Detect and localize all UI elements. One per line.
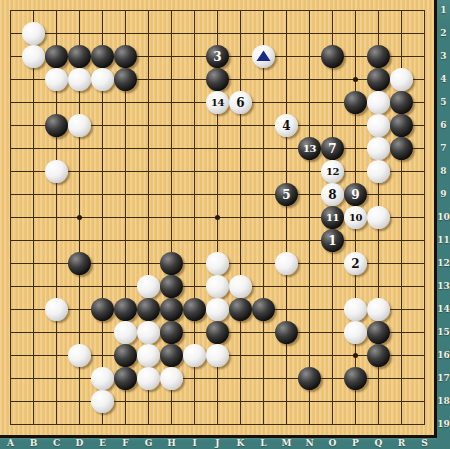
stone-black-F16 [114,344,137,367]
stone-white-K13 [229,275,252,298]
column-label-D: D [72,439,88,448]
stone-black-R7 [390,137,413,160]
column-label-J: J [210,439,226,448]
grid-line-vertical [263,10,264,425]
stone-black-K14 [229,298,252,321]
stone-black-Q16 [367,344,390,367]
stone-black-C6 [45,114,68,137]
stone-white-G17 [137,367,160,390]
stone-black-O3 [321,45,344,68]
row-label-13: 13 [437,282,450,291]
row-coordinate-strip: 12345678910111213141516171819 [437,0,450,449]
triangle-marker-icon [252,45,275,68]
stone-white-J5: 14 [206,91,229,114]
stone-black-P17 [344,367,367,390]
stone-black-I14 [183,298,206,321]
column-label-S: S [417,439,433,448]
row-label-11: 11 [437,236,450,245]
stone-black-M9: 5 [275,183,298,206]
stone-black-Q3 [367,45,390,68]
stone-white-P12: 2 [344,252,367,275]
stone-white-B2 [22,22,45,45]
stone-black-O11: 1 [321,229,344,252]
row-label-1: 1 [437,6,450,15]
stone-white-E4 [91,68,114,91]
column-label-O: O [325,439,341,448]
column-label-M: M [279,439,295,448]
stone-white-F15 [114,321,137,344]
row-label-8: 8 [437,167,450,176]
stone-black-E3 [91,45,114,68]
stone-white-M12 [275,252,298,275]
stone-white-O8: 12 [321,160,344,183]
column-coordinate-strip: ABCDEFGHIJKLMNOPQRS [0,438,437,449]
stone-black-H15 [160,321,183,344]
column-label-C: C [49,439,65,448]
stone-black-D12 [68,252,91,275]
stone-black-R5 [390,91,413,114]
stone-black-L14 [252,298,275,321]
stone-white-Q6 [367,114,390,137]
column-label-I: I [187,439,203,448]
stone-black-N7: 13 [298,137,321,160]
row-label-19: 19 [437,420,450,429]
move-number-label: 6 [236,96,244,108]
stone-black-G14 [137,298,160,321]
stone-black-H16 [160,344,183,367]
move-number-label: 12 [326,166,339,176]
column-label-H: H [164,439,180,448]
move-number-label: 9 [351,188,359,200]
stone-black-F14 [114,298,137,321]
move-number-label: 1 [328,234,336,246]
stone-white-P14 [344,298,367,321]
go-app-window: 3146413712589111012 12345678910111213141… [0,0,450,449]
move-number-label: 14 [211,97,224,107]
stone-white-H17 [160,367,183,390]
stone-white-J13 [206,275,229,298]
grid-line-vertical [240,10,241,425]
stone-white-Q8 [367,160,390,183]
grid-line-horizontal [10,424,425,425]
row-label-15: 15 [437,328,450,337]
stone-white-Q7 [367,137,390,160]
stone-black-F17 [114,367,137,390]
stone-white-J12 [206,252,229,275]
row-label-2: 2 [437,29,450,38]
stone-white-D4 [68,68,91,91]
star-point [353,353,358,358]
move-number-label: 11 [326,212,339,222]
move-number-label: 7 [328,142,336,154]
stone-black-O10: 11 [321,206,344,229]
go-board[interactable]: 3146413712589111012 [0,0,437,438]
row-label-18: 18 [437,397,450,406]
row-label-17: 17 [437,374,450,383]
grid-line-horizontal [10,401,425,402]
stone-black-H13 [160,275,183,298]
stone-black-J3: 3 [206,45,229,68]
stone-black-P9: 9 [344,183,367,206]
stone-white-C4 [45,68,68,91]
row-label-10: 10 [437,213,450,222]
column-label-Q: Q [371,439,387,448]
stone-white-G16 [137,344,160,367]
star-point [215,215,220,220]
row-label-14: 14 [437,305,450,314]
column-label-G: G [141,439,157,448]
stone-white-P10: 10 [344,206,367,229]
column-label-R: R [394,439,410,448]
stone-white-J14 [206,298,229,321]
stone-white-G15 [137,321,160,344]
stone-white-L3 [252,45,275,68]
column-label-B: B [26,439,42,448]
column-label-F: F [118,439,134,448]
stone-black-M15 [275,321,298,344]
stone-black-H14 [160,298,183,321]
stone-white-R4 [390,68,413,91]
grid-line-horizontal [10,240,425,241]
stone-white-D16 [68,344,91,367]
stone-black-N17 [298,367,321,390]
stone-black-J4 [206,68,229,91]
move-number-label: 3 [213,50,221,62]
stone-white-D6 [68,114,91,137]
stone-black-P5 [344,91,367,114]
stone-black-Q15 [367,321,390,344]
column-label-K: K [233,439,249,448]
star-point [77,215,82,220]
row-label-4: 4 [437,75,450,84]
stone-black-R6 [390,114,413,137]
stone-black-F3 [114,45,137,68]
row-label-6: 6 [437,121,450,130]
grid-line-vertical [424,10,425,425]
stone-white-C14 [45,298,68,321]
move-number-label: 10 [349,212,362,222]
row-label-5: 5 [437,98,450,107]
stone-black-J15 [206,321,229,344]
stone-white-G13 [137,275,160,298]
stone-black-C3 [45,45,68,68]
grid-line-vertical [286,10,287,425]
stone-black-H12 [160,252,183,275]
stone-white-Q14 [367,298,390,321]
move-number-label: 4 [282,119,290,131]
stone-black-E14 [91,298,114,321]
move-number-label: 13 [303,143,316,153]
column-label-L: L [256,439,272,448]
stone-black-D3 [68,45,91,68]
column-label-A: A [3,439,19,448]
column-label-E: E [95,439,111,448]
row-label-9: 9 [437,190,450,199]
star-point [353,77,358,82]
move-number-label: 2 [351,257,359,269]
stone-white-O9: 8 [321,183,344,206]
stone-white-Q10 [367,206,390,229]
row-label-12: 12 [437,259,450,268]
row-label-7: 7 [437,144,450,153]
row-label-3: 3 [437,52,450,61]
column-label-P: P [348,439,364,448]
stone-black-F4 [114,68,137,91]
stone-white-B3 [22,45,45,68]
grid-line-vertical [309,10,310,425]
column-label-N: N [302,439,318,448]
stone-white-E18 [91,390,114,413]
stone-white-M6: 4 [275,114,298,137]
stone-white-I16 [183,344,206,367]
stone-black-O7: 7 [321,137,344,160]
stone-white-P15 [344,321,367,344]
stone-black-Q4 [367,68,390,91]
move-number-label: 5 [282,188,290,200]
stone-white-Q5 [367,91,390,114]
row-label-16: 16 [437,351,450,360]
stone-white-J16 [206,344,229,367]
stone-white-E17 [91,367,114,390]
stone-white-K5: 6 [229,91,252,114]
stone-white-C8 [45,160,68,183]
move-number-label: 8 [328,188,336,200]
